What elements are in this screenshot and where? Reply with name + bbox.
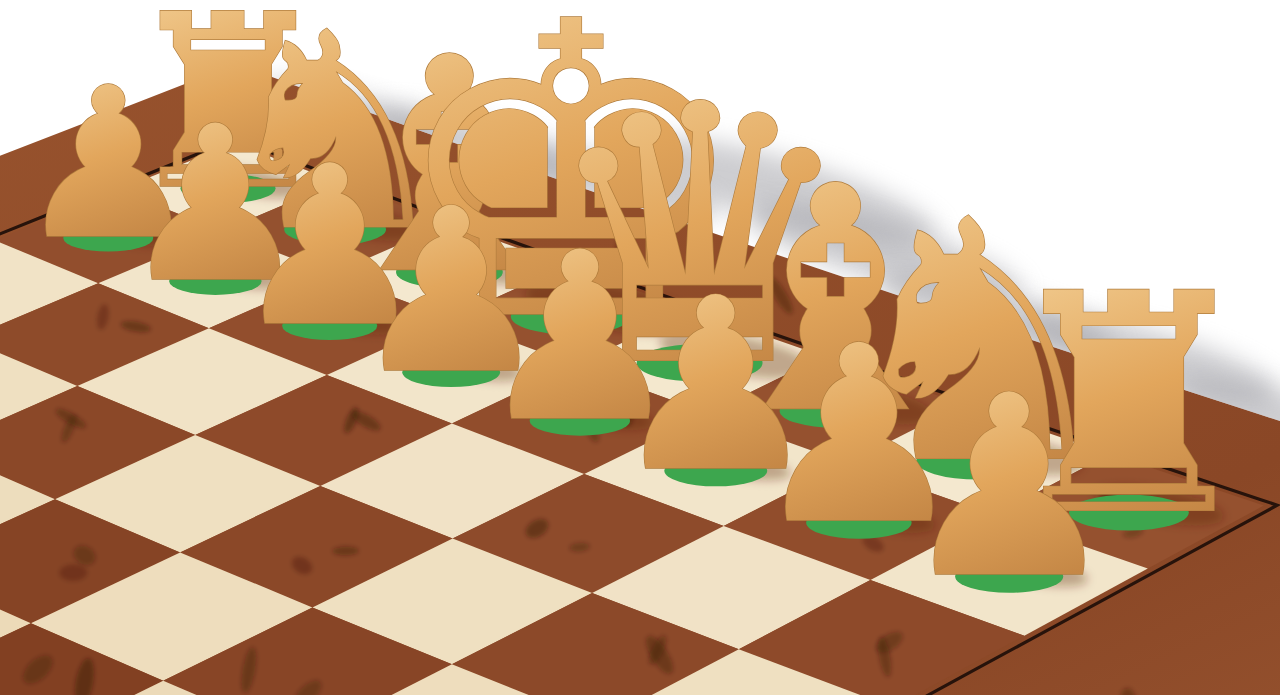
piece-white-pawn-a2: ♟	[897, 342, 1121, 633]
board-scene-svg: ♜♞♟♝♟♚♟♛♟♝♟♞♟♜♟♟	[0, 0, 1280, 695]
chess-set-product-photo: ♜♞♟♝♟♚♟♛♟♝♟♞♟♜♟♟	[0, 0, 1280, 695]
pawn-glyph: ♟	[897, 342, 1121, 633]
